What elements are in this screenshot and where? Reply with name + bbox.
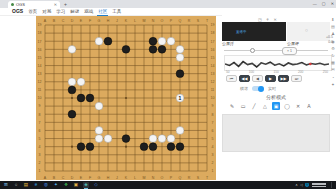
slider-track[interactable] xyxy=(224,50,328,51)
tray-icon[interactable]: 🌐 xyxy=(305,183,309,187)
svg-text:R: R xyxy=(188,19,191,23)
taskbar-clock[interactable] xyxy=(312,183,326,187)
analysis-tool-6[interactable]: ✕ xyxy=(294,102,302,110)
black-player-name[interactable]: 公屏浮 xyxy=(222,42,286,46)
svg-text:9: 9 xyxy=(39,104,41,108)
svg-text:8: 8 xyxy=(212,113,214,117)
svg-text:16: 16 xyxy=(38,48,42,52)
svg-text:16: 16 xyxy=(211,48,215,52)
svg-text:4: 4 xyxy=(39,145,41,149)
analysis-tool-5[interactable]: ◯ xyxy=(283,102,291,110)
svg-text:13: 13 xyxy=(211,72,215,76)
svg-text:2: 2 xyxy=(39,161,41,165)
svg-text:6: 6 xyxy=(212,129,214,133)
analysis-tools: ✎▭╱△▣◯✕A xyxy=(228,102,313,110)
analysis-tool-3[interactable]: △ xyxy=(261,102,269,110)
panel-tool-icon-2[interactable]: ♟ xyxy=(331,32,335,36)
svg-text:J: J xyxy=(116,19,118,23)
move-nav-buttons: ⏮◀◀◀▶▶▶⏭ xyxy=(226,75,302,82)
svg-text:L: L xyxy=(134,176,136,180)
svg-text:15: 15 xyxy=(38,56,42,60)
axis-tick: 50 xyxy=(226,70,230,74)
go-board[interactable]: AA1919BB1818CC1717DD1616EE1515FF1414GG13… xyxy=(36,16,216,180)
svg-text:D: D xyxy=(71,176,74,180)
white-stone-icon: ○ xyxy=(305,27,308,33)
move-slider[interactable]: × 1 xyxy=(224,47,328,53)
start-button[interactable]: ⊞ xyxy=(3,182,9,188)
minimize-icon[interactable]: — xyxy=(313,1,317,6)
svg-text:10: 10 xyxy=(38,96,42,100)
svg-text:13: 13 xyxy=(38,72,42,76)
windows-taskbar: ⊞○▤e◍✦❖▣◈◇ ∧◁🌐 xyxy=(0,181,336,189)
svg-text:17: 17 xyxy=(38,40,42,44)
chat-log-panel[interactable] xyxy=(222,114,330,152)
tray-icon[interactable]: ◁ xyxy=(300,183,303,187)
svg-text:C: C xyxy=(62,19,65,23)
move-nav-button-5[interactable]: ⏭ xyxy=(291,75,302,82)
taskbar-app-5[interactable]: ❖ xyxy=(63,182,69,188)
taskbar-icons: ⊞○▤e◍✦❖▣◈◇ xyxy=(0,182,99,188)
svg-text:18: 18 xyxy=(211,31,215,35)
nav-item-社区[interactable]: 社区 xyxy=(97,8,108,16)
toggle-right-label: 实时 xyxy=(268,86,276,91)
panel-tool-icon-7[interactable]: ✉ xyxy=(331,68,334,72)
move-nav-button-0[interactable]: ⏮ xyxy=(226,75,237,82)
nav-item-首页[interactable]: 首页 xyxy=(27,8,38,16)
axis-tick: 250 xyxy=(323,70,328,74)
panel-tool-icon-6[interactable]: ▦ xyxy=(331,61,335,65)
svg-text:15: 15 xyxy=(211,56,215,60)
taskbar-app-3[interactable]: ◍ xyxy=(43,182,49,188)
svg-text:5: 5 xyxy=(212,137,214,141)
taskbar-app-2[interactable]: e xyxy=(33,182,39,188)
site-logo-icon[interactable] xyxy=(3,9,8,14)
analysis-mode-title: 分析模式 xyxy=(222,94,330,100)
panel-tool-icon-4[interactable]: ⚙ xyxy=(331,47,335,51)
right-toolbar: ⬇▤♟◉⚙↻▦✉◔✦ xyxy=(330,18,336,87)
axis-tick: 150 xyxy=(273,70,278,74)
taskbar-app-6[interactable]: ▣ xyxy=(73,182,79,188)
svg-text:12: 12 xyxy=(38,80,42,84)
analysis-tool-1[interactable]: ▭ xyxy=(239,102,247,110)
svg-text:H: H xyxy=(107,19,110,23)
panel-tool-icon-3[interactable]: ◉ xyxy=(331,40,335,44)
panel-tool-icon-1[interactable]: ▤ xyxy=(331,25,335,29)
close-icon[interactable]: ✕ xyxy=(331,1,334,6)
player-cards: 直播中 公屏浮 ○ 公屏评 xyxy=(222,22,330,44)
nav-item-对局[interactable]: 对局 xyxy=(41,8,52,16)
analysis-tool-7[interactable]: A xyxy=(305,102,313,110)
slider-pill[interactable]: × 1 xyxy=(282,47,297,55)
svg-text:1: 1 xyxy=(39,169,41,173)
system-tray: ∧◁🌐 xyxy=(293,182,336,188)
nav-items: 首页对局学习解谜观战社区工具 xyxy=(27,8,122,16)
toggle-left-label: 棋谱 xyxy=(240,86,248,91)
graph-axis-ticks: 50100150200250 xyxy=(226,70,328,74)
svg-text:17: 17 xyxy=(211,40,215,44)
black-card-overlay-text: 直播中 xyxy=(236,30,247,34)
svg-text:G: G xyxy=(98,19,101,23)
svg-text:1: 1 xyxy=(179,95,182,101)
svg-text:19: 19 xyxy=(211,23,215,27)
taskbar-app-1[interactable]: ▤ xyxy=(23,182,29,188)
move-nav-button-2[interactable]: ◀ xyxy=(252,75,263,82)
analysis-tool-4[interactable]: ▣ xyxy=(272,102,280,110)
go-board-svg[interactable]: AA1919BB1818CC1717DD1616EE1515FF1414GG13… xyxy=(36,16,216,180)
svg-text:3: 3 xyxy=(39,153,41,157)
svg-text:D: D xyxy=(71,19,74,23)
svg-text:6: 6 xyxy=(39,129,41,133)
panel-tool-icon-9[interactable]: ✦ xyxy=(331,83,334,87)
svg-text:11: 11 xyxy=(38,88,42,92)
winrate-graph-svg xyxy=(225,58,329,70)
svg-text:19: 19 xyxy=(38,23,42,27)
tab-title: OGS xyxy=(16,3,25,7)
show-desktop-button[interactable] xyxy=(331,182,332,188)
svg-text:7: 7 xyxy=(212,121,214,125)
taskbar-app-4[interactable]: ✦ xyxy=(53,182,59,188)
panel-tool-icon-5[interactable]: ↻ xyxy=(331,54,334,58)
maximize-icon[interactable]: ▢ xyxy=(322,1,326,6)
mode-toggle[interactable] xyxy=(252,86,264,91)
screen: { "game": "go", "window": { "tab_title":… xyxy=(0,0,336,189)
svg-text:C: C xyxy=(62,176,65,180)
analysis-tool-2[interactable]: ╱ xyxy=(250,102,258,110)
mode-toggle-row: 棋谱 实时 xyxy=(240,86,276,91)
analysis-tool-0[interactable]: ✎ xyxy=(228,102,236,110)
svg-text:9: 9 xyxy=(212,104,214,108)
nav-item-解谜[interactable]: 解谜 xyxy=(69,8,80,16)
tab-close-icon[interactable]: ✕ xyxy=(54,3,57,7)
taskbar-app-8[interactable]: ◇ xyxy=(93,182,99,188)
game-side-panel: ◳⚘✕ 直播中 公屏浮 ○ 公屏评 +0.5 0.0 × 1 501001502… xyxy=(222,15,336,180)
svg-text:7: 7 xyxy=(39,121,41,125)
window-controls: — ▢ ✕ xyxy=(313,1,334,6)
nav-item-学习[interactable]: 学习 xyxy=(55,8,66,16)
svg-text:Q: Q xyxy=(179,19,182,23)
winrate-graph[interactable] xyxy=(224,55,332,71)
new-tab-button[interactable]: + xyxy=(64,2,67,7)
svg-text:10: 10 xyxy=(211,96,215,100)
svg-text:R: R xyxy=(188,176,191,180)
move-nav-button-4[interactable]: ▶▶ xyxy=(278,75,289,82)
black-player-card[interactable]: 直播中 公屏浮 xyxy=(222,22,286,44)
svg-text:O: O xyxy=(161,19,164,23)
tray-icon[interactable]: ∧ xyxy=(295,183,298,187)
svg-text:11: 11 xyxy=(211,88,215,92)
svg-text:18: 18 xyxy=(38,31,42,35)
slider-handle[interactable] xyxy=(250,48,255,53)
svg-text:M: M xyxy=(143,176,146,180)
svg-text:G: G xyxy=(98,176,101,180)
panel-tool-icon-0[interactable]: ⬇ xyxy=(331,18,334,22)
panel-tool-icon-8[interactable]: ◔ xyxy=(332,76,334,80)
svg-text:14: 14 xyxy=(38,64,42,68)
svg-text:8: 8 xyxy=(39,113,41,117)
move-nav-button-3[interactable]: ▶ xyxy=(265,75,276,82)
svg-text:4: 4 xyxy=(212,145,214,149)
svg-text:3: 3 xyxy=(212,153,214,157)
black-player-avatar[interactable]: 直播中 xyxy=(222,22,286,41)
svg-text:N: N xyxy=(152,176,155,180)
taskbar-app-0[interactable]: ○ xyxy=(13,182,19,188)
axis-tick: 200 xyxy=(298,70,303,74)
svg-text:14: 14 xyxy=(211,64,215,68)
svg-text:5: 5 xyxy=(39,137,41,141)
svg-text:H: H xyxy=(107,176,110,180)
svg-text:O: O xyxy=(161,176,164,180)
svg-text:1: 1 xyxy=(212,169,214,173)
taskbar-app-7[interactable]: ◈ xyxy=(83,182,89,188)
move-nav-button-1[interactable]: ◀◀ xyxy=(239,75,250,82)
svg-text:12: 12 xyxy=(211,80,215,84)
axis-tick: 100 xyxy=(249,70,254,74)
nav-item-观战[interactable]: 观战 xyxy=(83,8,94,16)
svg-text:J: J xyxy=(116,176,118,180)
svg-text:M: M xyxy=(143,19,146,23)
site-logo-text[interactable]: OGS xyxy=(12,9,23,14)
svg-text:L: L xyxy=(134,19,136,23)
svg-text:Q: Q xyxy=(179,176,182,180)
nav-item-工具[interactable]: 工具 xyxy=(111,8,122,16)
tab-favicon xyxy=(11,3,14,6)
svg-text:2: 2 xyxy=(212,161,214,165)
svg-text:N: N xyxy=(152,19,155,23)
tray-icons: ∧◁🌐 xyxy=(293,183,309,187)
